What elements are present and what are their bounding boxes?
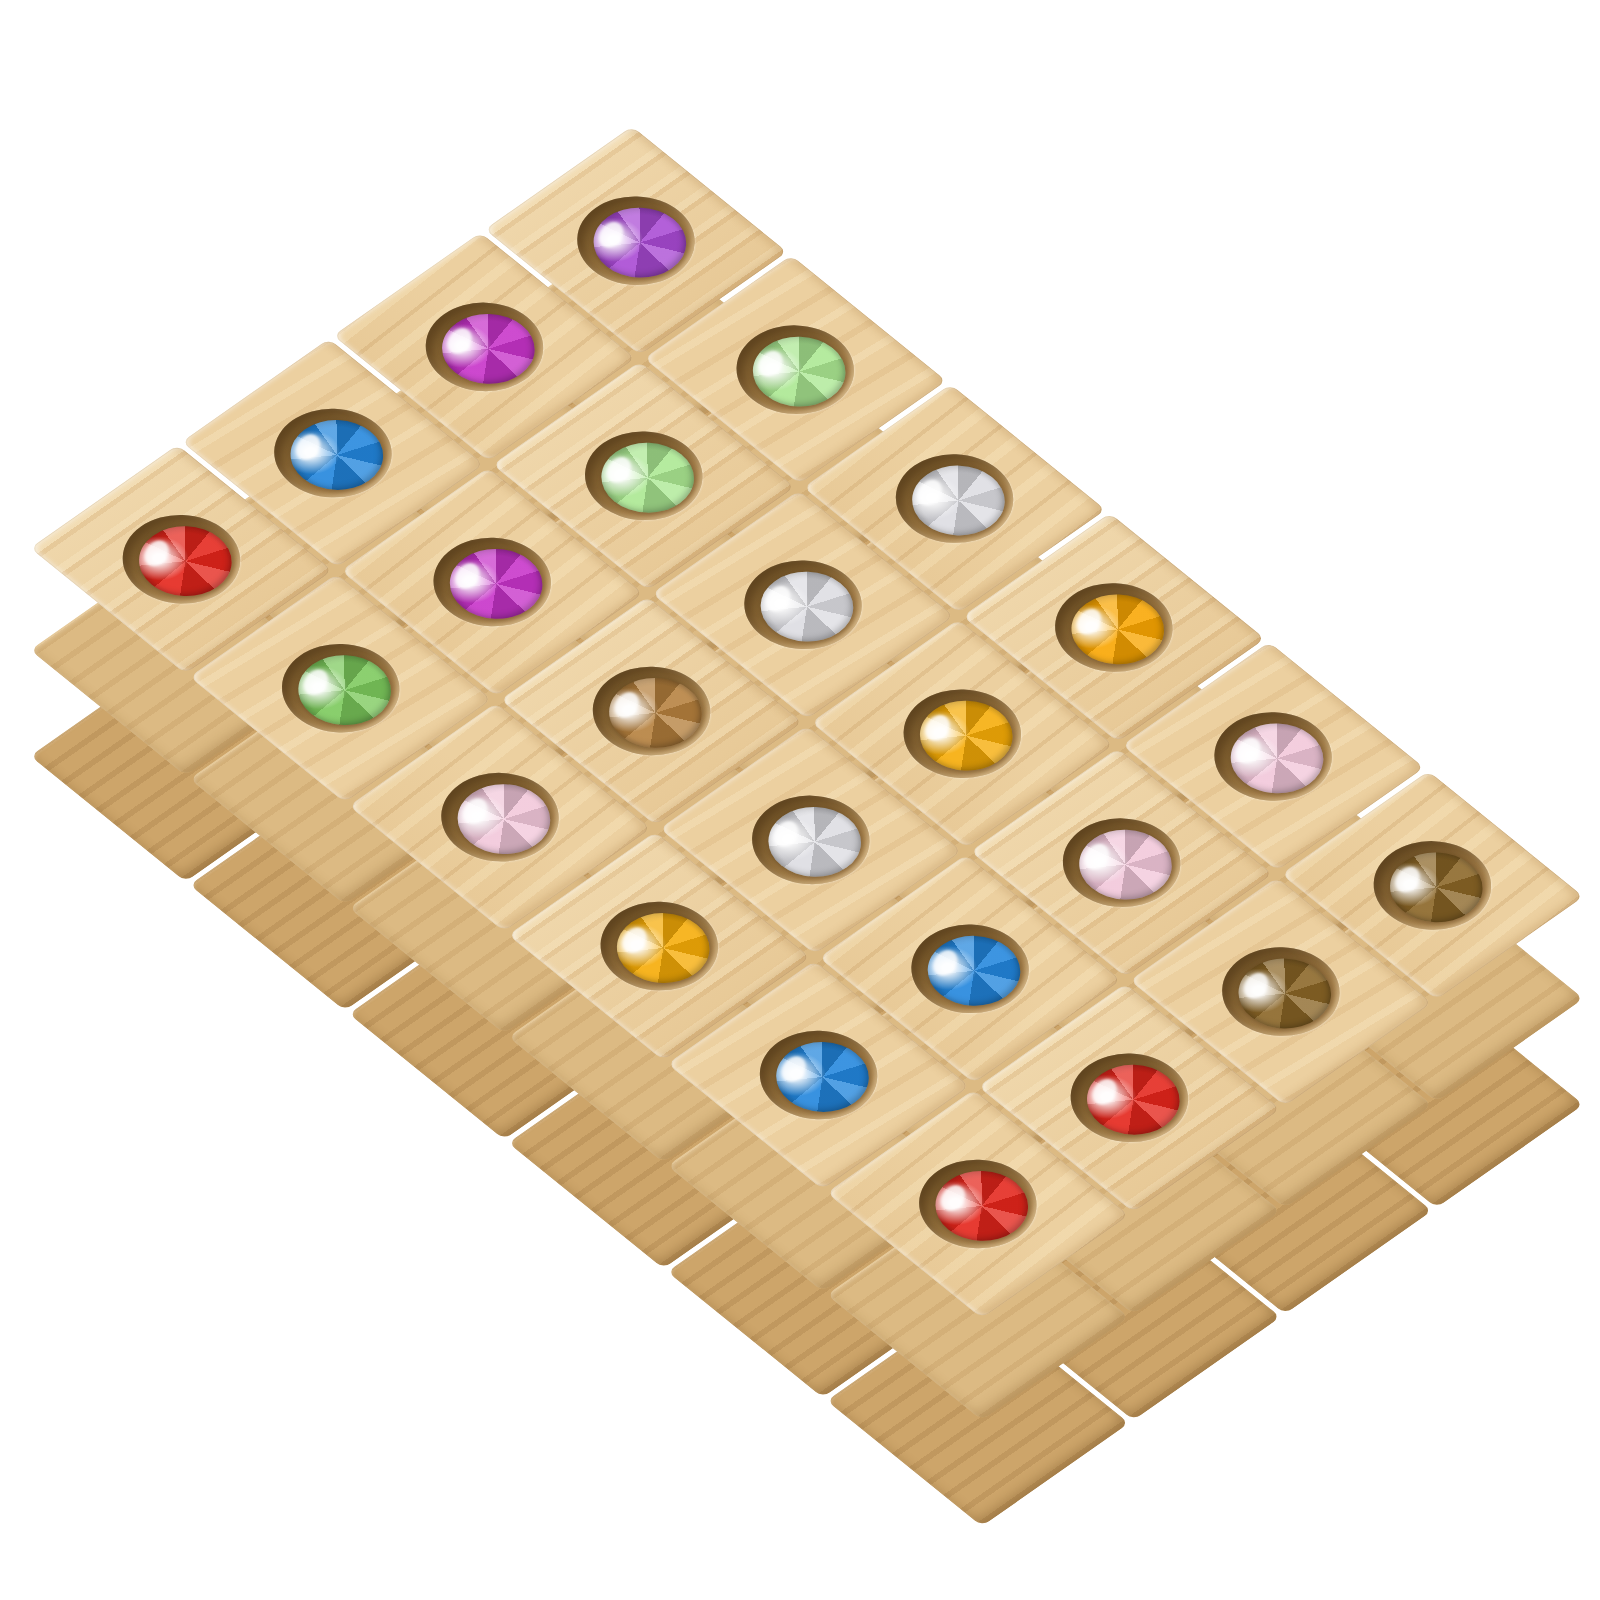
gem-socket	[401, 284, 567, 409]
gem-socket	[576, 884, 742, 1009]
gem-red[interactable]	[120, 512, 251, 611]
gem-socket	[553, 178, 719, 303]
gem-socket	[872, 436, 1038, 561]
gem-orange[interactable]	[1052, 580, 1183, 679]
gem-socket	[1190, 694, 1356, 819]
gem-green[interactable]	[279, 641, 410, 740]
gem-red[interactable]	[916, 1157, 1047, 1256]
gem-lightgreen[interactable]	[734, 322, 865, 421]
gem-lightgreen[interactable]	[582, 428, 713, 527]
gem-amber[interactable]	[590, 664, 721, 763]
gem-pink[interactable]	[438, 770, 569, 869]
gem-gold[interactable]	[901, 686, 1032, 785]
gem-pink[interactable]	[1060, 815, 1191, 914]
gem-silver[interactable]	[742, 557, 873, 656]
gem-socket	[728, 777, 894, 902]
gem-blue[interactable]	[757, 1028, 888, 1127]
gem-socket	[98, 497, 264, 622]
gem-socket	[1031, 565, 1197, 690]
gem-socket	[895, 1141, 1061, 1266]
gem-blue[interactable]	[909, 921, 1040, 1020]
gem-purple[interactable]	[574, 193, 705, 292]
block-stack	[0, 0, 1600, 1600]
gem-brown[interactable]	[1371, 838, 1502, 937]
gem-socket	[887, 906, 1053, 1031]
gem-socket	[712, 307, 878, 432]
gem-socket	[879, 671, 1045, 796]
gem-socket	[417, 755, 583, 880]
gem-socket	[569, 648, 735, 773]
gem-silver[interactable]	[893, 451, 1024, 550]
gem-socket	[1349, 823, 1515, 948]
gem-brown[interactable]	[1219, 944, 1350, 1043]
gem-silver[interactable]	[749, 793, 880, 892]
gem-magenta[interactable]	[431, 535, 562, 634]
gem-socket	[258, 626, 424, 751]
gem-socket	[736, 1012, 902, 1137]
gem-socket	[720, 542, 886, 667]
gem-blue[interactable]	[271, 406, 402, 505]
gem-socket	[409, 519, 575, 644]
gem-socket	[561, 413, 727, 538]
gem-socket	[250, 390, 416, 515]
gem-socket	[1039, 800, 1205, 925]
gem-socket	[1046, 1035, 1212, 1160]
gem-red[interactable]	[1068, 1050, 1199, 1149]
gem-pink[interactable]	[1212, 709, 1343, 808]
gem-gold[interactable]	[598, 899, 729, 998]
gem-socket	[1198, 929, 1364, 1054]
gem-magenta[interactable]	[423, 299, 554, 398]
